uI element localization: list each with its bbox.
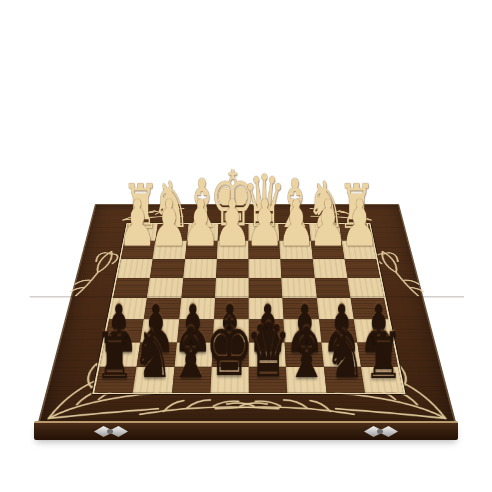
black-knight[interactable]: ♞ — [325, 322, 365, 388]
square-r7-c7[interactable]: ♜ — [361, 367, 404, 393]
clasp-left-icon — [94, 426, 128, 437]
square-r1-c4[interactable]: ♟ — [249, 241, 281, 259]
square-r2-c2[interactable] — [183, 259, 217, 278]
square-r7-c0[interactable]: ♜ — [94, 367, 136, 393]
carving-branch-bottom-left-icon — [135, 397, 281, 422]
box-front-edge — [34, 421, 458, 440]
playing-grid: ♜♞♝♚♛♝♞♜♟♟♟♟♟♟♟♟♟♟♟♟♟♟♟♟♜♞♝♚♛♝♞♜ — [92, 223, 405, 394]
square-r2-c5[interactable] — [280, 259, 314, 278]
square-r1-c7[interactable]: ♟ — [342, 241, 377, 259]
square-r2-c0[interactable] — [117, 259, 153, 278]
black-rook[interactable]: ♜ — [364, 324, 403, 388]
black-queen[interactable]: ♛ — [246, 313, 291, 388]
square-r2-c6[interactable] — [312, 259, 347, 278]
black-knight[interactable]: ♞ — [133, 322, 173, 388]
square-r1-c3[interactable]: ♟ — [217, 241, 249, 259]
carving-branch-bottom-right-icon — [213, 397, 359, 422]
black-rook[interactable]: ♜ — [95, 324, 134, 388]
square-r7-c6[interactable]: ♞ — [323, 367, 364, 393]
square-r2-c4[interactable] — [249, 259, 282, 278]
square-r1-c6[interactable]: ♟ — [311, 241, 345, 259]
photo-canvas: ♜♞♝♚♛♝♞♜♟♟♟♟♟♟♟♟♟♟♟♟♟♟♟♟♜♞♝♚♛♝♞♜ — [0, 0, 492, 492]
clasp-right-icon — [364, 426, 398, 437]
black-bishop[interactable]: ♝ — [286, 318, 328, 388]
square-r1-c5[interactable]: ♟ — [280, 241, 313, 259]
square-r7-c4[interactable]: ♛ — [249, 367, 288, 393]
square-r7-c3[interactable]: ♚ — [210, 367, 249, 393]
square-r7-c5[interactable]: ♝ — [286, 367, 326, 393]
square-r2-c1[interactable] — [150, 259, 185, 278]
white-pawn[interactable]: ♟ — [341, 191, 380, 255]
square-r2-c7[interactable] — [344, 259, 380, 278]
chess-board: ♜♞♝♚♛♝♞♜♟♟♟♟♟♟♟♟♟♟♟♟♟♟♟♟♜♞♝♚♛♝♞♜ — [37, 204, 457, 425]
square-r2-c3[interactable] — [216, 259, 249, 278]
square-r7-c1[interactable]: ♞ — [133, 367, 174, 393]
